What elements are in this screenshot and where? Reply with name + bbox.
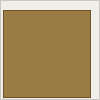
file-coordinate-labels <box>3 3 91 10</box>
shogi-diagram <box>0 0 100 100</box>
rank-coordinate-labels <box>91 10 99 98</box>
board-area <box>3 3 99 98</box>
shogi-board-grid[interactable] <box>3 10 91 98</box>
board-and-rank-labels <box>3 10 99 98</box>
